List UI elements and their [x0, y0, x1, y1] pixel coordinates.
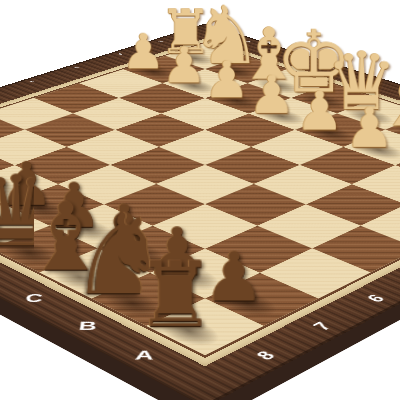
white-pawn-icon: ♟: [345, 100, 395, 155]
square-e5[interactable]: [110, 147, 205, 184]
black-rook-icon: ♜: [135, 249, 216, 340]
board-grid: ♜♞♝♛♚♝♞♜♟♟♟♟♟♟♟♟♟♟♟♟♟♟♟♟♜♞♝♛♚♝♞♜: [0, 42, 400, 358]
white-pawn-icon: ♟: [249, 69, 296, 121]
chessboard-product-photo: ♜♞♝♛♚♝♞♜♟♟♟♟♟♟♟♟♟♟♟♟♟♟♟♟♜♞♝♛♚♝♞♜ HGFEDCB…: [0, 0, 400, 400]
maple-inlay-frame: ♜♞♝♛♚♝♞♜♟♟♟♟♟♟♟♟♟♟♟♟♟♟♟♟♜♞♝♛♚♝♞♜: [0, 39, 400, 367]
white-pawn-icon: ♟: [122, 27, 166, 76]
white-pawn-icon: ♟: [162, 40, 207, 90]
rank-label-far-3: 3: [55, 59, 101, 75]
chess-board: ♜♞♝♛♚♝♞♜♟♟♟♟♟♟♟♟♟♟♟♟♟♟♟♟♜♞♝♛♚♝♞♜ HGFEDCB…: [0, 24, 400, 400]
white-pawn-icon: ♟: [204, 54, 250, 105]
white-pawn-icon: ♟: [296, 84, 344, 138]
